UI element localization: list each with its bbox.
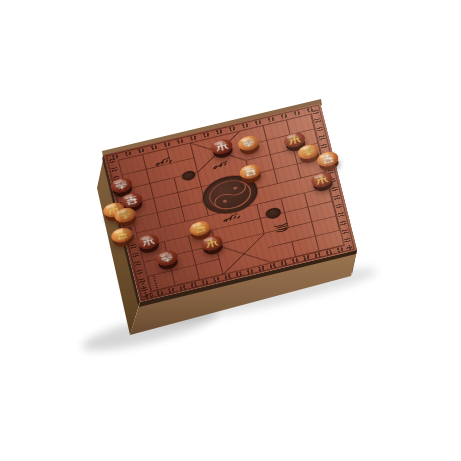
engraved-character [319,152,337,166]
engraved-character [112,178,130,192]
xiangqi-piece-b3[interactable] [155,249,179,268]
engraved-character [158,251,176,265]
xiangqi-piece-c4[interactable] [188,219,212,238]
engraved-character [191,221,209,235]
engraved-character [213,140,231,154]
xiangqi-piece-f9[interactable] [236,134,260,153]
product-photo-scene [0,0,461,461]
xiangqi-piece-a8[interactable] [109,176,133,195]
engraved-character [139,235,157,249]
xiangqi-piece-f7[interactable] [238,162,262,181]
engraved-character [203,236,221,250]
engraved-character [116,208,134,222]
xiangqi-piece-a4[interactable] [136,232,160,251]
engraved-character [122,193,140,207]
engraved-character [299,145,317,159]
xiangqi-piece-e9[interactable] [210,137,234,156]
engraved-character [241,165,259,179]
engraved-character [285,133,303,147]
engraved-character [113,228,131,242]
xiangqi-piece-d3[interactable] [200,234,224,253]
engraved-character [313,173,331,187]
xiangqi-piece-i6[interactable] [310,171,334,190]
engraved-character [239,136,257,150]
